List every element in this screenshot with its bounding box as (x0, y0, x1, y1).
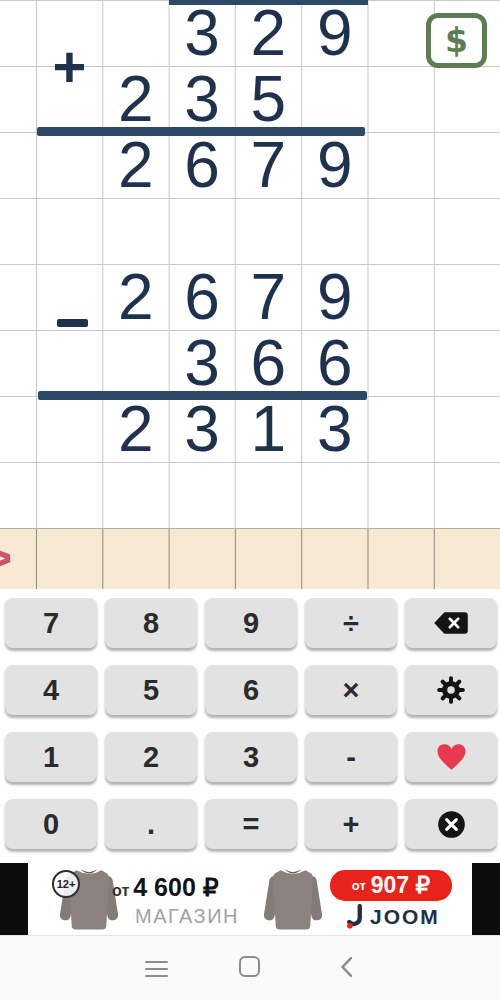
key-=[interactable]: = (205, 799, 297, 849)
key-×[interactable]: × (305, 665, 397, 715)
comparison-symbol: > (0, 529, 12, 587)
store-label: МАГАЗИН (135, 905, 239, 928)
key-.[interactable]: . (105, 799, 197, 849)
grid-digit-r2c2: 6 (169, 132, 236, 198)
key-0[interactable]: 0 (5, 799, 97, 849)
grid-digit-r1c1: 2 (102, 66, 169, 132)
ad-letterbox-right (472, 863, 500, 935)
gear-icon (436, 675, 466, 705)
grid-digit-r5c4: 6 (301, 330, 368, 396)
key-+[interactable]: + (305, 799, 397, 849)
addition-rule-line (37, 127, 365, 136)
grid-digit-r2c1: 2 (102, 132, 169, 198)
grid-digit-r5c2: 3 (169, 330, 236, 396)
grid-digit-r2c3: 7 (235, 132, 302, 198)
grid-digit-r2c4: 9 (301, 132, 368, 198)
backspace-icon (433, 611, 469, 635)
grid-digit-r6c2: 3 (169, 396, 236, 462)
grid-digit-r0c3: 2 (235, 0, 302, 66)
grid-digit-r1c3: 5 (235, 66, 302, 132)
grid-digit-r1c2: 3 (169, 66, 236, 132)
grid-digit-r6c1: 2 (102, 396, 169, 462)
price-value: 907 ₽ (371, 872, 430, 899)
heart-icon (436, 743, 467, 771)
ad-price-pill: от 907 ₽ (330, 870, 452, 901)
ad-price-left: от4 600 ₽ (112, 873, 219, 902)
key-gear[interactable] (405, 665, 497, 715)
back-icon[interactable] (340, 957, 353, 977)
money-button[interactable]: $ (426, 13, 487, 68)
key-8[interactable]: 8 (105, 598, 197, 648)
key-5[interactable]: 5 (105, 665, 197, 715)
grid-digit-r0c2: 3 (169, 0, 236, 66)
close-icon (437, 810, 466, 839)
ad-letterbox-left (0, 863, 28, 935)
ad-banner[interactable]: 12+ от4 600 ₽ МАГАЗИН от 907 ₽ (0, 863, 500, 935)
grid-digit-r4c4: 9 (301, 264, 368, 330)
keypad: 789÷456×123-0.=+ (0, 598, 500, 850)
grid-digit-r0c4: 9 (301, 0, 368, 66)
grid-digit-r6c3: 1 (235, 396, 302, 462)
key-close[interactable] (405, 799, 497, 849)
key-4[interactable]: 4 (5, 665, 97, 715)
key-÷[interactable]: ÷ (305, 598, 397, 648)
key-2[interactable]: 2 (105, 732, 197, 782)
app-screen: 329235267926793662313 + > $ 789÷456×123-… (0, 0, 500, 1000)
minus-operator (57, 319, 88, 327)
subtraction-rule-line (38, 391, 367, 400)
navigation-bar (0, 935, 500, 1000)
sweater-image-right (263, 866, 323, 932)
price-value: 4 600 ₽ (133, 873, 218, 901)
key-1[interactable]: 1 (5, 732, 97, 782)
answer-input-row[interactable]: > (0, 528, 500, 589)
key-6[interactable]: 6 (205, 665, 297, 715)
key--[interactable]: - (305, 732, 397, 782)
worksheet-grid: 329235267926793662313 + > (0, 0, 500, 588)
grid-digit-r6c4: 3 (301, 396, 368, 462)
grid-digit-r5c3: 6 (235, 330, 302, 396)
key-3[interactable]: 3 (205, 732, 297, 782)
age-rating-badge: 12+ (52, 870, 80, 898)
menu-icon[interactable] (145, 956, 168, 982)
plus-operator: + (36, 33, 103, 101)
grid-digit-r4c2: 6 (169, 264, 236, 330)
brand-logo: JOOM (347, 904, 440, 929)
key-7[interactable]: 7 (5, 598, 97, 648)
brand-name: JOOM (370, 905, 440, 929)
joom-icon (347, 904, 364, 929)
grid-digit-r4c3: 7 (235, 264, 302, 330)
dollar-icon: $ (445, 21, 468, 60)
grid-digit-r4c1: 2 (102, 264, 169, 330)
key-heart[interactable] (405, 732, 497, 782)
price-prefix: от (352, 878, 366, 893)
recents-icon[interactable] (239, 956, 260, 977)
price-prefix: от (112, 882, 129, 899)
key-9[interactable]: 9 (205, 598, 297, 648)
key-backspace[interactable] (405, 598, 497, 648)
